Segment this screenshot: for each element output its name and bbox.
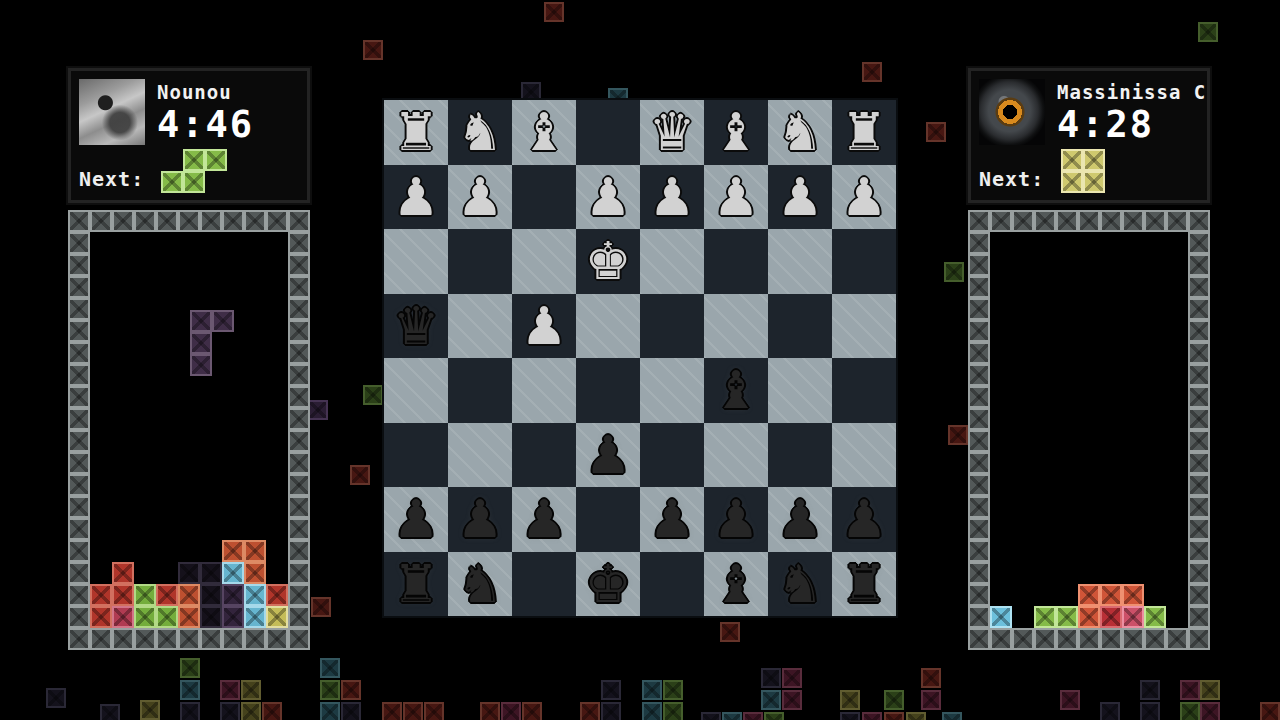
- stack-block: [1078, 584, 1100, 606]
- well-border-block: [1188, 386, 1210, 408]
- black-pawn[interactable]: ♟: [521, 493, 568, 545]
- black-pawn[interactable]: ♟: [649, 493, 696, 545]
- chess-square[interactable]: [768, 358, 832, 423]
- well-border-block: [90, 628, 112, 650]
- debris-block: [921, 668, 941, 688]
- chess-square[interactable]: ♚: [576, 552, 640, 617]
- well-border-block: [1188, 452, 1210, 474]
- stack-block: [1056, 606, 1078, 628]
- well-border-block: [68, 232, 90, 254]
- stack-block: [112, 606, 134, 628]
- debris-block: [544, 2, 564, 22]
- stack-block: [1034, 606, 1056, 628]
- stack-block: [266, 606, 288, 628]
- well-border-block: [1188, 298, 1210, 320]
- white-pawn[interactable]: ♟: [457, 171, 504, 223]
- well-border-block: [68, 562, 90, 584]
- well-border-block: [968, 210, 990, 232]
- debris-block: [782, 690, 802, 710]
- chess-square[interactable]: [640, 358, 704, 423]
- well-border-block: [244, 628, 266, 650]
- next-piece-block: [161, 171, 183, 193]
- debris-block: [884, 712, 904, 720]
- well-border-block: [288, 584, 310, 606]
- chess-square[interactable]: ♟: [704, 487, 768, 552]
- debris-block: [180, 680, 200, 700]
- debris-block: [1100, 702, 1120, 720]
- black-bishop[interactable]: ♝: [713, 364, 760, 416]
- well-border-block: [68, 606, 90, 628]
- game-stage: Nounou 4:46 Next: Massinissa C... 4:28 N…: [0, 0, 1280, 720]
- debris-block: [522, 702, 542, 720]
- well-border-block: [112, 210, 134, 232]
- debris-block: [906, 712, 926, 720]
- stack-block: [178, 606, 200, 628]
- stack-block: [1144, 606, 1166, 628]
- well-border-block: [968, 628, 990, 650]
- chess-square[interactable]: [640, 423, 704, 488]
- debris-block: [403, 702, 423, 720]
- debris-block: [320, 680, 340, 700]
- right-player-timer: 4:28: [1057, 103, 1154, 146]
- well-border-block: [1078, 628, 1100, 650]
- well-border-block: [1188, 606, 1210, 628]
- debris-block: [764, 712, 784, 720]
- well-border-block: [112, 628, 134, 650]
- debris-block: [46, 688, 66, 708]
- well-border-block: [68, 276, 90, 298]
- debris-block: [363, 40, 383, 60]
- stack-block: [244, 540, 266, 562]
- chess-square[interactable]: ♞: [768, 552, 832, 617]
- stack-block: [90, 584, 112, 606]
- well-border-block: [1188, 364, 1210, 386]
- chess-square[interactable]: [704, 229, 768, 294]
- white-pawn[interactable]: ♟: [841, 171, 888, 223]
- debris-block: [341, 702, 361, 720]
- stack-block: [222, 562, 244, 584]
- debris-block: [642, 680, 662, 700]
- next-piece-block: [183, 149, 205, 171]
- chess-square[interactable]: ♟: [832, 487, 896, 552]
- well-border-block: [1122, 628, 1144, 650]
- black-pawn[interactable]: ♟: [777, 493, 824, 545]
- chess-square[interactable]: [832, 358, 896, 423]
- black-pawn[interactable]: ♟: [841, 493, 888, 545]
- left-tetris-well: [68, 210, 310, 650]
- debris-block: [948, 425, 968, 445]
- well-border-block: [288, 606, 310, 628]
- falling-piece-block: [212, 310, 234, 332]
- next-piece-block: [205, 149, 227, 171]
- debris-block: [180, 658, 200, 678]
- debris-block: [140, 700, 160, 720]
- well-border-block: [990, 210, 1012, 232]
- debris-block: [782, 668, 802, 688]
- chess-square[interactable]: [768, 229, 832, 294]
- well-border-block: [1188, 562, 1210, 584]
- chess-square[interactable]: [512, 552, 576, 617]
- debris-block: [761, 690, 781, 710]
- white-knight[interactable]: ♞: [457, 106, 504, 158]
- debris-block: [761, 668, 781, 688]
- well-border-block: [1034, 210, 1056, 232]
- debris-block: [663, 702, 683, 720]
- well-border-block: [178, 210, 200, 232]
- well-border-block: [1056, 210, 1078, 232]
- well-border-block: [968, 518, 990, 540]
- white-pawn[interactable]: ♟: [393, 171, 440, 223]
- right-tetris-well: [968, 210, 1210, 650]
- right-next-piece-preview: [1061, 149, 1141, 199]
- debris-block: [1140, 702, 1160, 720]
- black-pawn[interactable]: ♟: [457, 493, 504, 545]
- chess-square[interactable]: [640, 552, 704, 617]
- well-border-block: [288, 408, 310, 430]
- chess-square[interactable]: ♞: [448, 552, 512, 617]
- well-border-block: [288, 342, 310, 364]
- well-border-block: [1056, 628, 1078, 650]
- stack-block: [1078, 606, 1100, 628]
- well-border-block: [178, 628, 200, 650]
- chess-square[interactable]: ♛: [384, 294, 448, 359]
- well-border-block: [1188, 210, 1210, 232]
- black-pawn[interactable]: ♟: [713, 493, 760, 545]
- well-border-block: [288, 474, 310, 496]
- chess-square[interactable]: ♟: [384, 165, 448, 230]
- white-bishop[interactable]: ♝: [521, 106, 568, 158]
- next-piece-block: [1083, 149, 1105, 171]
- white-rook[interactable]: ♜: [393, 106, 440, 158]
- well-border-block: [288, 628, 310, 650]
- stack-block: [222, 606, 244, 628]
- well-border-block: [1188, 276, 1210, 298]
- falling-piece-block: [190, 310, 212, 332]
- chess-square[interactable]: [576, 294, 640, 359]
- debris-block: [180, 702, 200, 720]
- black-rook[interactable]: ♜: [841, 558, 888, 610]
- well-border-block: [90, 210, 112, 232]
- stack-block: [222, 584, 244, 606]
- stack-block: [244, 584, 266, 606]
- well-border-block: [288, 562, 310, 584]
- white-pawn[interactable]: ♟: [585, 171, 632, 223]
- left-player-panel: Nounou 4:46 Next:: [68, 68, 310, 203]
- chess-square[interactable]: [768, 423, 832, 488]
- well-border-block: [1188, 342, 1210, 364]
- debris-block: [1198, 22, 1218, 42]
- chess-square[interactable]: ♝: [512, 100, 576, 165]
- chess-square[interactable]: ♟: [640, 487, 704, 552]
- debris-block: [350, 465, 370, 485]
- chess-square[interactable]: [832, 294, 896, 359]
- well-border-block: [968, 276, 990, 298]
- well-border-block: [1012, 210, 1034, 232]
- well-border-block: [68, 210, 90, 232]
- white-bishop[interactable]: ♝: [713, 106, 760, 158]
- stack-block: [1100, 606, 1122, 628]
- well-border-block: [68, 342, 90, 364]
- stack-block: [990, 606, 1012, 628]
- stack-block: [90, 606, 112, 628]
- well-border-block: [968, 408, 990, 430]
- black-knight[interactable]: ♞: [777, 558, 824, 610]
- well-border-block: [968, 584, 990, 606]
- well-border-block: [968, 496, 990, 518]
- chess-square[interactable]: [384, 358, 448, 423]
- chess-square[interactable]: ♝: [704, 100, 768, 165]
- white-pawn[interactable]: ♟: [521, 300, 568, 352]
- well-border-block: [1012, 628, 1034, 650]
- chess-square[interactable]: ♟: [832, 165, 896, 230]
- well-border-block: [68, 584, 90, 606]
- chess-square[interactable]: [448, 294, 512, 359]
- black-queen[interactable]: ♛: [393, 300, 440, 352]
- white-pawn[interactable]: ♟: [777, 171, 824, 223]
- debris-block: [1060, 690, 1080, 710]
- chess-square[interactable]: ♟: [768, 487, 832, 552]
- debris-block: [862, 712, 882, 720]
- chess-square[interactable]: [576, 358, 640, 423]
- well-border-block: [1188, 474, 1210, 496]
- well-border-block: [968, 474, 990, 496]
- chess-square[interactable]: [640, 294, 704, 359]
- well-border-block: [1166, 210, 1188, 232]
- chess-square[interactable]: [704, 294, 768, 359]
- well-border-block: [288, 298, 310, 320]
- well-border-block: [1188, 518, 1210, 540]
- debris-block: [921, 690, 941, 710]
- stack-block: [134, 606, 156, 628]
- chess-board: ♜♞♝♛♝♞♜♟♟♟♟♟♟♟♚♛♟♝♟♟♟♟♟♟♟♟♜♞♚♝♞♜: [382, 98, 898, 618]
- chess-square[interactable]: [704, 423, 768, 488]
- chess-square[interactable]: [512, 165, 576, 230]
- debris-block: [382, 702, 402, 720]
- well-border-block: [134, 210, 156, 232]
- debris-block: [363, 385, 383, 405]
- chess-square[interactable]: ♞: [768, 100, 832, 165]
- chess-square[interactable]: [640, 229, 704, 294]
- chess-square[interactable]: ♟: [512, 294, 576, 359]
- stack-block: [156, 606, 178, 628]
- chess-square[interactable]: [448, 358, 512, 423]
- well-border-block: [968, 342, 990, 364]
- well-border-block: [68, 408, 90, 430]
- debris-block: [262, 702, 282, 720]
- left-player-timer: 4:46: [157, 103, 254, 146]
- debris-block: [1200, 702, 1220, 720]
- debris-block: [1200, 680, 1220, 700]
- chess-square[interactable]: ♟: [768, 165, 832, 230]
- well-border-block: [134, 628, 156, 650]
- debris-block: [722, 712, 742, 720]
- well-border-block: [266, 210, 288, 232]
- debris-block: [341, 680, 361, 700]
- black-king[interactable]: ♚: [585, 558, 632, 610]
- well-border-block: [968, 254, 990, 276]
- well-border-block: [1188, 408, 1210, 430]
- chess-square[interactable]: ♟: [448, 165, 512, 230]
- debris-block: [701, 712, 721, 720]
- debris-block: [308, 400, 328, 420]
- chess-square[interactable]: ♜: [384, 100, 448, 165]
- well-border-block: [288, 452, 310, 474]
- left-next-label: Next:: [79, 167, 144, 191]
- stack-block: [200, 606, 222, 628]
- stack-block: [1122, 606, 1144, 628]
- debris-block: [601, 702, 621, 720]
- stack-block: [200, 562, 222, 584]
- debris-block: [601, 680, 621, 700]
- chess-square[interactable]: [512, 423, 576, 488]
- black-rook[interactable]: ♜: [393, 558, 440, 610]
- debris-block: [501, 702, 521, 720]
- chess-square[interactable]: ♟: [704, 165, 768, 230]
- chess-square[interactable]: ♝: [704, 358, 768, 423]
- debris-block: [220, 702, 240, 720]
- well-border-block: [200, 628, 222, 650]
- well-border-block: [968, 430, 990, 452]
- chess-square[interactable]: [448, 229, 512, 294]
- debris-block: [320, 658, 340, 678]
- well-border-block: [968, 364, 990, 386]
- chess-square[interactable]: ♟: [384, 487, 448, 552]
- well-border-block: [1166, 628, 1188, 650]
- well-border-block: [1188, 232, 1210, 254]
- debris-block: [480, 702, 500, 720]
- white-king[interactable]: ♚: [585, 235, 632, 287]
- chess-square[interactable]: [512, 358, 576, 423]
- debris-block: [942, 712, 962, 720]
- chess-square[interactable]: ♟: [576, 165, 640, 230]
- well-border-block: [244, 210, 266, 232]
- chess-square[interactable]: ♟: [576, 423, 640, 488]
- debris-block: [1140, 680, 1160, 700]
- well-border-block: [68, 518, 90, 540]
- well-border-block: [68, 474, 90, 496]
- debris-block: [424, 702, 444, 720]
- chess-square[interactable]: [448, 423, 512, 488]
- chess-square[interactable]: [832, 423, 896, 488]
- stack-block: [112, 562, 134, 584]
- falling-piece-block: [190, 354, 212, 376]
- debris-block: [1180, 702, 1200, 720]
- debris-block: [884, 690, 904, 710]
- well-border-block: [68, 254, 90, 276]
- stack-block: [134, 584, 156, 606]
- right-player-name: Massinissa C...: [1057, 81, 1207, 103]
- stack-block: [1122, 584, 1144, 606]
- chess-square[interactable]: [576, 100, 640, 165]
- well-border-block: [288, 386, 310, 408]
- next-piece-block: [1083, 171, 1105, 193]
- next-piece-block: [1061, 149, 1083, 171]
- chess-square[interactable]: ♟: [512, 487, 576, 552]
- debris-block: [720, 622, 740, 642]
- well-border-block: [968, 320, 990, 342]
- next-piece-block: [1061, 171, 1083, 193]
- well-border-block: [68, 628, 90, 650]
- chess-square[interactable]: [768, 294, 832, 359]
- well-border-block: [288, 320, 310, 342]
- well-border-block: [1100, 210, 1122, 232]
- well-border-block: [288, 210, 310, 232]
- well-border-block: [968, 232, 990, 254]
- stack-block: [1100, 584, 1122, 606]
- right-next-label: Next:: [979, 167, 1044, 191]
- well-border-block: [68, 496, 90, 518]
- chess-square[interactable]: ♜: [832, 100, 896, 165]
- chess-square[interactable]: ♜: [384, 552, 448, 617]
- white-pawn[interactable]: ♟: [713, 171, 760, 223]
- well-border-block: [266, 628, 288, 650]
- chess-square[interactable]: ♞: [448, 100, 512, 165]
- debris-block: [926, 122, 946, 142]
- left-player-avatar: [79, 79, 145, 145]
- black-pawn[interactable]: ♟: [393, 493, 440, 545]
- stack-block: [156, 584, 178, 606]
- chess-square[interactable]: [576, 487, 640, 552]
- debris-block: [944, 262, 964, 282]
- chess-square[interactable]: [384, 229, 448, 294]
- well-border-block: [156, 628, 178, 650]
- white-queen[interactable]: ♛: [649, 106, 696, 158]
- well-border-block: [1034, 628, 1056, 650]
- debris-block: [100, 704, 120, 720]
- debris-block: [220, 680, 240, 700]
- chess-square[interactable]: ♚: [576, 229, 640, 294]
- well-border-block: [968, 452, 990, 474]
- white-knight[interactable]: ♞: [777, 106, 824, 158]
- debris-block: [241, 680, 261, 700]
- well-border-block: [68, 386, 90, 408]
- well-border-block: [1144, 210, 1166, 232]
- white-pawn[interactable]: ♟: [649, 171, 696, 223]
- chess-square[interactable]: ♟: [640, 165, 704, 230]
- well-border-block: [1188, 584, 1210, 606]
- left-next-piece-preview: [161, 149, 241, 199]
- chess-square[interactable]: ♟: [448, 487, 512, 552]
- chess-square[interactable]: [832, 229, 896, 294]
- debris-block: [320, 702, 340, 720]
- chess-square[interactable]: ♝: [704, 552, 768, 617]
- white-rook[interactable]: ♜: [841, 106, 888, 158]
- well-border-block: [1188, 628, 1210, 650]
- well-border-block: [288, 232, 310, 254]
- well-border-block: [288, 364, 310, 386]
- black-knight[interactable]: ♞: [457, 558, 504, 610]
- well-border-block: [68, 298, 90, 320]
- well-border-block: [1188, 430, 1210, 452]
- well-border-block: [288, 496, 310, 518]
- black-pawn[interactable]: ♟: [585, 429, 632, 481]
- stack-block: [244, 562, 266, 584]
- right-player-avatar: [979, 79, 1045, 145]
- black-bishop[interactable]: ♝: [713, 558, 760, 610]
- well-border-block: [222, 210, 244, 232]
- well-border-block: [1188, 254, 1210, 276]
- right-player-panel: Massinissa C... 4:28 Next:: [968, 68, 1210, 203]
- chess-square[interactable]: ♛: [640, 100, 704, 165]
- chess-square[interactable]: ♜: [832, 552, 896, 617]
- stack-block: [222, 540, 244, 562]
- well-border-block: [68, 364, 90, 386]
- stack-block: [178, 584, 200, 606]
- chess-square[interactable]: [384, 423, 448, 488]
- well-border-block: [990, 628, 1012, 650]
- chess-square[interactable]: [512, 229, 576, 294]
- debris-block: [840, 712, 860, 720]
